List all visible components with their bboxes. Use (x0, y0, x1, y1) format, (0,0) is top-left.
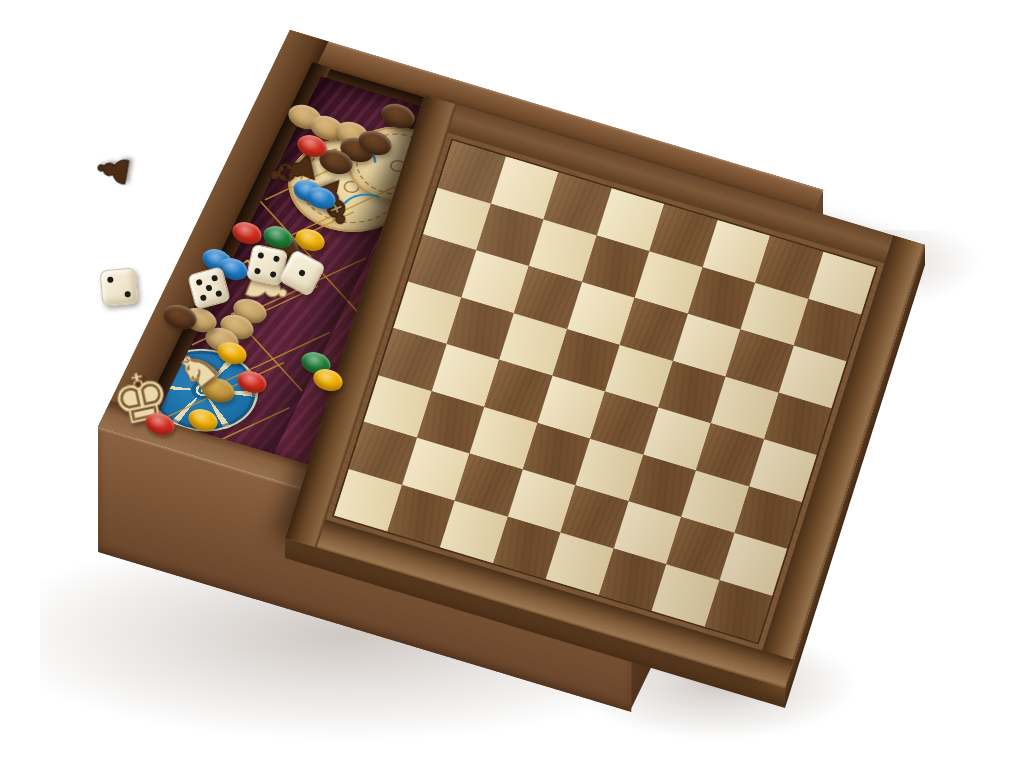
product-photo-scene: 1719 ♝♝♟♟♚♞ (0, 0, 1024, 767)
die-pip (124, 291, 131, 298)
dark-pawn: ♟ (90, 149, 136, 191)
track-number: 17 (243, 255, 263, 268)
die-face-2 (99, 267, 138, 306)
die-pip (107, 277, 114, 284)
